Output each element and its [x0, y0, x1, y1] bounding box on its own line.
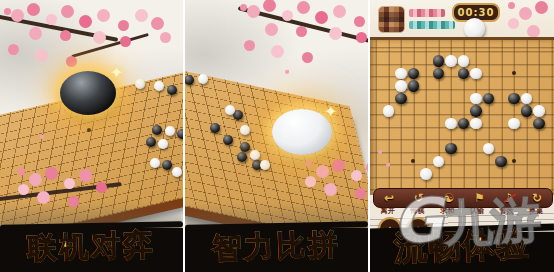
white-stone [433, 156, 445, 168]
black-stone [445, 143, 457, 155]
go-board[interactable] [370, 37, 554, 195]
black-stone [408, 80, 420, 92]
white-stone [165, 126, 175, 136]
white-stone [533, 105, 545, 117]
black-stone [152, 125, 162, 135]
black-stone [177, 129, 183, 139]
black-stone [146, 137, 156, 147]
black-stone [162, 160, 172, 170]
star-point [512, 71, 516, 75]
white-stone [250, 150, 260, 160]
white-stone [508, 118, 520, 130]
undo-label[interactable]: 悔棋 [410, 206, 424, 216]
undo-icon[interactable]: ↺ [414, 192, 424, 204]
white-stone [158, 139, 168, 149]
giant-white-stone [272, 109, 332, 155]
petal [40, 135, 44, 139]
game-toolbar: ↩ ↺ ☯ ⚑ ♪ ↻ [373, 188, 553, 208]
petal [386, 163, 390, 167]
cherry-blossoms [305, 160, 312, 167]
player-name-pixelated [409, 9, 445, 17]
white-stone [172, 167, 182, 177]
white-stone [260, 160, 270, 170]
star-point [512, 159, 516, 163]
resign-flag-icon[interactable]: ⚑ [474, 192, 485, 204]
white-stone [458, 55, 470, 67]
glow-sparkle-icon: ✦ [324, 102, 337, 121]
resign-label[interactable]: 认输 [470, 206, 484, 216]
white-stone [154, 81, 164, 91]
black-stone [240, 142, 250, 152]
black-stone [470, 105, 482, 117]
cherry-blossoms [508, 2, 515, 9]
caption-online-match: 联机对弈 [0, 224, 183, 270]
white-stone [521, 93, 533, 105]
white-stone [483, 143, 495, 155]
white-stone [470, 68, 482, 80]
star-point [411, 159, 415, 163]
white-stone [395, 68, 407, 80]
leave-icon[interactable]: ↩ [384, 192, 394, 204]
black-stone [521, 105, 533, 117]
hud-top-bar: 00:30 [370, 0, 554, 37]
petal [60, 110, 64, 114]
white-stone [420, 168, 432, 180]
white-stone [395, 80, 407, 92]
offer-draw-icon[interactable]: ☯ [444, 192, 455, 204]
white-stone [135, 79, 145, 89]
black-stone [210, 123, 220, 133]
black-stone [483, 93, 495, 105]
cherry-blossoms [18, 168, 25, 175]
black-stone [433, 68, 445, 80]
panel-brain-battle: ✦ 智力比拼 [185, 0, 368, 272]
panel-online-match: ✦ 联机对弈 [0, 0, 183, 272]
panel-gameplay-ui: 00:30 ↩ ↺ ☯ ⚑ ♪ ↻ 离开 悔棋 求和 认输 音效 换桌 ▲ ▲ … [370, 0, 554, 272]
change-table-icon[interactable]: ↻ [532, 192, 542, 204]
caption-brain-battle: 智力比拼 [185, 224, 368, 270]
white-stone [150, 158, 160, 168]
cherry-blossoms [4, 8, 11, 15]
petal [378, 150, 382, 154]
cherry-branch [0, 14, 118, 42]
black-stone [533, 118, 545, 130]
black-stone [167, 85, 177, 95]
toolbar-labels: 离开 悔棋 求和 认输 音效 换桌 [373, 206, 551, 216]
white-stone [470, 118, 482, 130]
star-point [87, 128, 91, 132]
black-stone [458, 118, 470, 130]
leave-label[interactable]: 离开 [381, 206, 395, 216]
black-stone [508, 93, 520, 105]
promo-screenshot: ✦ 联机对弈 ✦ 智力比拼 00:30 ↩ ↺ ☯ [0, 0, 554, 272]
white-stone [470, 93, 482, 105]
glow-sparkle-icon: ✦ [110, 63, 123, 82]
offer-draw-label[interactable]: 求和 [440, 206, 454, 216]
change-table-label[interactable]: 换桌 [529, 206, 543, 216]
player-avatar-pixelated[interactable] [378, 6, 405, 33]
black-stone [495, 156, 507, 168]
white-stone [198, 74, 208, 84]
black-stone [458, 68, 470, 80]
black-stone [395, 93, 407, 105]
black-stone [223, 135, 233, 145]
caption-smooth-experience: 流畅体验 [370, 221, 554, 272]
black-stone [433, 55, 445, 67]
white-stone [383, 105, 395, 117]
cherry-branch [238, 6, 368, 44]
cherry-blossoms [240, 4, 247, 11]
player-info-pixelated [409, 21, 455, 29]
giant-black-stone [60, 71, 116, 115]
white-turn-indicator-stone [464, 18, 485, 39]
white-stone [225, 105, 235, 115]
white-stone [240, 125, 250, 135]
white-stone [445, 118, 457, 130]
petal [285, 70, 289, 74]
sound-label[interactable]: 音效 [499, 206, 513, 216]
black-stone [237, 152, 247, 162]
black-stone [408, 68, 420, 80]
white-stone [445, 55, 457, 67]
sound-muted-icon[interactable]: ♪ [505, 192, 513, 204]
